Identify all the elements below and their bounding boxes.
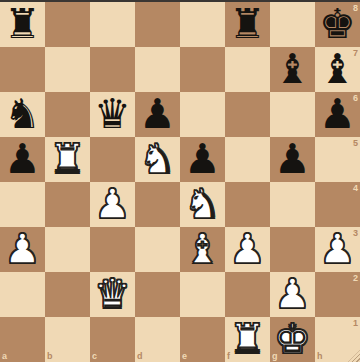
square-g1[interactable]: g♚ xyxy=(270,317,315,362)
square-f7[interactable] xyxy=(225,47,270,92)
square-b5[interactable]: ♜ xyxy=(45,137,90,182)
white-pawn-h3[interactable]: ♟ xyxy=(319,227,356,272)
square-e3[interactable]: ♝ xyxy=(180,227,225,272)
square-d5[interactable]: ♞ xyxy=(135,137,180,182)
white-pawn-a3[interactable]: ♟ xyxy=(4,227,41,272)
square-g7[interactable]: ♝ xyxy=(270,47,315,92)
black-knight-a6[interactable]: ♞ xyxy=(4,92,41,137)
square-c2[interactable]: ♛ xyxy=(90,272,135,317)
white-queen-c2[interactable]: ♛ xyxy=(94,272,131,317)
square-d2[interactable] xyxy=(135,272,180,317)
square-e5[interactable]: ♟ xyxy=(180,137,225,182)
square-h4[interactable]: 4 xyxy=(315,182,360,227)
square-f2[interactable] xyxy=(225,272,270,317)
square-h5[interactable]: 5 xyxy=(315,137,360,182)
black-king-h8[interactable]: ♚ xyxy=(319,2,356,47)
file-label-c: c xyxy=(92,352,97,361)
square-e7[interactable] xyxy=(180,47,225,92)
black-queen-c6[interactable]: ♛ xyxy=(94,92,131,137)
square-f5[interactable] xyxy=(225,137,270,182)
square-e6[interactable] xyxy=(180,92,225,137)
square-g6[interactable] xyxy=(270,92,315,137)
square-f1[interactable]: f♜ xyxy=(225,317,270,362)
black-rook-a8[interactable]: ♜ xyxy=(4,2,41,47)
square-d8[interactable] xyxy=(135,2,180,47)
square-f4[interactable] xyxy=(225,182,270,227)
square-b2[interactable] xyxy=(45,272,90,317)
file-label-d: d xyxy=(137,352,143,361)
square-c3[interactable] xyxy=(90,227,135,272)
square-c8[interactable] xyxy=(90,2,135,47)
black-bishop-g7[interactable]: ♝ xyxy=(274,47,311,92)
square-e1[interactable]: e xyxy=(180,317,225,362)
square-g5[interactable]: ♟ xyxy=(270,137,315,182)
square-a2[interactable] xyxy=(0,272,45,317)
rank-label-2: 2 xyxy=(353,274,358,283)
square-d6[interactable]: ♟ xyxy=(135,92,180,137)
square-c6[interactable]: ♛ xyxy=(90,92,135,137)
black-pawn-d6[interactable]: ♟ xyxy=(139,92,176,137)
square-a6[interactable]: ♞ xyxy=(0,92,45,137)
square-f6[interactable] xyxy=(225,92,270,137)
file-label-h: h xyxy=(317,352,323,361)
black-pawn-h6[interactable]: ♟ xyxy=(319,92,356,137)
square-e4[interactable]: ♞ xyxy=(180,182,225,227)
square-b7[interactable] xyxy=(45,47,90,92)
chess-board: ♜♜8♚♝7♝♞♛♟6♟♟♜♞♟♟5♟♞4♟♝♟3♟♛♟2abcdef♜g♚1h xyxy=(0,2,360,362)
square-h8[interactable]: 8♚ xyxy=(315,2,360,47)
file-label-b: b xyxy=(47,352,53,361)
white-pawn-g2[interactable]: ♟ xyxy=(274,272,311,317)
square-d4[interactable] xyxy=(135,182,180,227)
square-h7[interactable]: 7♝ xyxy=(315,47,360,92)
square-a8[interactable]: ♜ xyxy=(0,2,45,47)
file-label-e: e xyxy=(182,352,187,361)
square-d1[interactable]: d xyxy=(135,317,180,362)
square-b4[interactable] xyxy=(45,182,90,227)
rank-label-5: 5 xyxy=(353,139,358,148)
square-g3[interactable] xyxy=(270,227,315,272)
black-rook-f8[interactable]: ♜ xyxy=(229,2,266,47)
file-label-a: a xyxy=(2,352,7,361)
square-g8[interactable] xyxy=(270,2,315,47)
black-pawn-e5[interactable]: ♟ xyxy=(184,137,221,182)
square-c7[interactable] xyxy=(90,47,135,92)
square-f3[interactable]: ♟ xyxy=(225,227,270,272)
square-f8[interactable]: ♜ xyxy=(225,2,270,47)
square-b3[interactable] xyxy=(45,227,90,272)
square-g2[interactable]: ♟ xyxy=(270,272,315,317)
square-a3[interactable]: ♟ xyxy=(0,227,45,272)
white-rook-b5[interactable]: ♜ xyxy=(49,137,86,182)
square-d3[interactable] xyxy=(135,227,180,272)
square-h6[interactable]: 6♟ xyxy=(315,92,360,137)
square-h2[interactable]: 2 xyxy=(315,272,360,317)
square-c5[interactable] xyxy=(90,137,135,182)
black-pawn-a5[interactable]: ♟ xyxy=(4,137,41,182)
white-pawn-c4[interactable]: ♟ xyxy=(94,182,131,227)
white-king-g1[interactable]: ♚ xyxy=(274,317,311,362)
square-d7[interactable] xyxy=(135,47,180,92)
white-rook-f1[interactable]: ♜ xyxy=(229,317,266,362)
square-g4[interactable] xyxy=(270,182,315,227)
square-b6[interactable] xyxy=(45,92,90,137)
square-b1[interactable]: b xyxy=(45,317,90,362)
square-h1[interactable]: 1h xyxy=(315,317,360,362)
rank-label-4: 4 xyxy=(353,184,358,193)
white-knight-e4[interactable]: ♞ xyxy=(184,182,221,227)
white-knight-d5[interactable]: ♞ xyxy=(139,137,176,182)
square-e8[interactable] xyxy=(180,2,225,47)
square-h3[interactable]: 3♟ xyxy=(315,227,360,272)
board-resize-handle[interactable] xyxy=(348,350,360,362)
square-a7[interactable] xyxy=(0,47,45,92)
white-pawn-f3[interactable]: ♟ xyxy=(229,227,266,272)
black-bishop-h7[interactable]: ♝ xyxy=(319,47,356,92)
square-e2[interactable] xyxy=(180,272,225,317)
white-bishop-e3[interactable]: ♝ xyxy=(184,227,221,272)
black-pawn-g5[interactable]: ♟ xyxy=(274,137,311,182)
rank-label-1: 1 xyxy=(353,319,358,328)
square-b8[interactable] xyxy=(45,2,90,47)
square-c4[interactable]: ♟ xyxy=(90,182,135,227)
square-a1[interactable]: a xyxy=(0,317,45,362)
square-a4[interactable] xyxy=(0,182,45,227)
square-a5[interactable]: ♟ xyxy=(0,137,45,182)
square-c1[interactable]: c xyxy=(90,317,135,362)
